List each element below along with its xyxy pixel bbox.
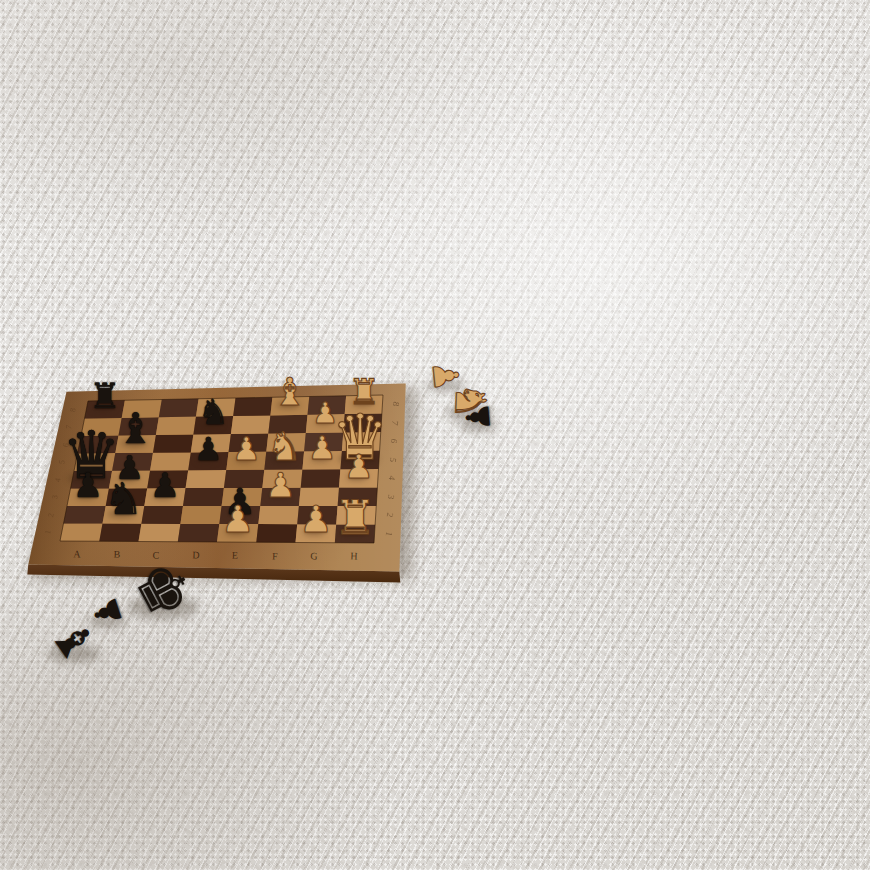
square-a8: [85, 400, 125, 418]
square-d5: [188, 452, 228, 470]
square-a6: [78, 436, 119, 454]
square-h3: [338, 488, 378, 507]
square-e1: [217, 524, 258, 542]
square-e2: [219, 506, 260, 524]
square-c7: [156, 417, 196, 435]
square-c5: [150, 452, 191, 470]
square-d1: [178, 524, 220, 542]
square-c3: [144, 488, 185, 506]
square-d4: [186, 470, 227, 488]
square-c4: [147, 470, 188, 488]
chessboard: [0, 0, 870, 870]
square-h1: [335, 524, 375, 543]
square-g5: [302, 451, 342, 470]
square-b5: [112, 453, 153, 471]
square-g4: [301, 469, 341, 488]
square-d8: [196, 398, 236, 417]
square-g6: [304, 433, 343, 452]
square-a3: [67, 488, 109, 506]
square-f3: [260, 488, 300, 506]
square-f1: [256, 524, 297, 542]
square-a7: [81, 418, 122, 436]
square-b2: [103, 506, 145, 524]
square-b1: [99, 524, 141, 542]
square-b8: [122, 400, 162, 418]
square-g1: [296, 524, 337, 543]
square-e3: [222, 488, 263, 506]
square-g2: [297, 506, 337, 524]
square-h7: [343, 414, 382, 433]
square-e4: [224, 470, 264, 488]
square-e6: [229, 434, 269, 453]
square-e5: [226, 452, 266, 470]
square-d2: [180, 506, 221, 524]
square-h2: [336, 506, 376, 525]
square-f5: [264, 451, 304, 470]
square-d7: [193, 416, 233, 435]
square-b4: [109, 471, 150, 489]
square-c1: [139, 524, 181, 542]
square-b6: [115, 435, 156, 453]
square-a4: [71, 471, 113, 489]
square-b7: [119, 417, 159, 435]
square-f7: [268, 415, 307, 434]
square-a5: [74, 453, 115, 471]
square-f8: [270, 397, 309, 416]
square-a1: [60, 524, 103, 542]
square-e8: [233, 397, 272, 416]
square-c8: [159, 399, 199, 418]
square-b3: [106, 488, 148, 506]
square-f4: [262, 470, 302, 488]
square-d6: [191, 434, 231, 452]
square-h6: [342, 432, 381, 451]
photo-scene: ♜♝♜♟♞♝♛♟♞♟♟♟♟♛♟♟♟♞♟♟♟♜ ♚♟♝♟♞♟ ABCDEFGH12…: [0, 0, 870, 870]
square-h4: [339, 469, 379, 488]
square-g7: [306, 414, 345, 433]
square-a2: [64, 506, 106, 524]
square-c6: [153, 435, 193, 453]
square-g3: [299, 488, 339, 506]
square-h8: [345, 395, 383, 414]
square-g8: [308, 396, 347, 415]
square-d3: [183, 488, 224, 506]
square-f2: [258, 506, 299, 524]
square-c2: [141, 506, 183, 524]
square-e7: [231, 415, 271, 434]
square-f6: [266, 433, 306, 452]
square-h5: [340, 451, 379, 470]
